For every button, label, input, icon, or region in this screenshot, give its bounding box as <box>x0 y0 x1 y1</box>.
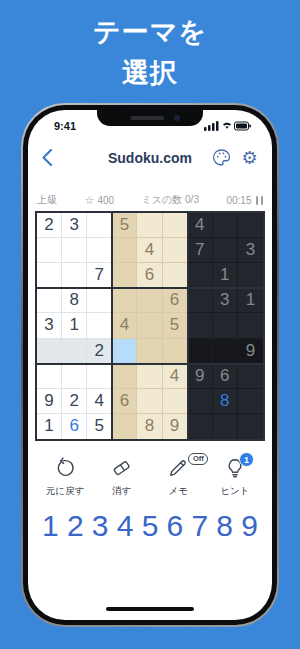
timer-value: 00:15 <box>226 195 251 206</box>
sudoku-cell-r4c8[interactable]: 3 <box>213 288 238 313</box>
sudoku-cell-r7c3[interactable] <box>87 364 112 389</box>
sudoku-cell-r3c9[interactable] <box>238 263 263 288</box>
gear-icon: ⚙ <box>241 147 257 168</box>
page-title: テーマを 選択 <box>0 12 300 94</box>
pause-button[interactable] <box>256 196 263 205</box>
sudoku-cell-r4c7[interactable] <box>188 288 213 313</box>
cell-value: 9 <box>246 341 255 361</box>
mistakes-value: 0/3 <box>185 194 199 205</box>
sudoku-cell-r6c8[interactable] <box>213 339 238 364</box>
back-button[interactable] <box>41 148 53 167</box>
cell-value: 3 <box>44 315 53 335</box>
numpad-digit-4[interactable]: 4 <box>117 511 134 541</box>
sudoku-cell-r8c6[interactable] <box>163 389 188 414</box>
notes-label: メモ <box>169 485 188 498</box>
app-title: Sudoku.com <box>28 146 272 170</box>
cell-value: 6 <box>120 391 129 411</box>
cell-value: 2 <box>95 341 104 361</box>
eraser-icon <box>110 457 133 480</box>
sudoku-cell-r5c1[interactable]: 3 <box>37 313 62 338</box>
sudoku-cell-r6c1[interactable] <box>37 339 62 364</box>
sudoku-cell-r1c2[interactable]: 3 <box>62 213 87 238</box>
sudoku-cell-r9c2[interactable]: 6 <box>62 414 87 439</box>
hint-button[interactable]: 1 ヒント <box>211 457 259 498</box>
sudoku-cell-r5c4[interactable]: 4 <box>112 313 137 338</box>
score-value: 400 <box>97 195 114 206</box>
header: Sudoku.com ⚙ <box>28 146 272 170</box>
cell-value: 5 <box>170 315 179 335</box>
sudoku-cell-r2c1[interactable] <box>37 238 62 263</box>
sudoku-cell-r7c5[interactable] <box>137 364 162 389</box>
sudoku-cell-r4c4[interactable] <box>112 288 137 313</box>
sudoku-cell-r4c6[interactable]: 6 <box>163 288 188 313</box>
notes-off-badge: Off <box>188 453 208 465</box>
game-info-bar: 上級 ☆400 ミスの数 0/3 00:15 <box>37 193 263 207</box>
numpad-digit-8[interactable]: 8 <box>216 511 233 541</box>
sudoku-cell-r3c4[interactable] <box>112 263 137 288</box>
numpad-digit-3[interactable]: 3 <box>92 511 109 541</box>
sudoku-cell-r8c2[interactable]: 2 <box>62 389 87 414</box>
cell-value: 9 <box>170 416 179 436</box>
cell-value: 1 <box>246 290 255 310</box>
mistakes-group: ミスの数 0/3 <box>142 193 199 207</box>
sudoku-cell-r5c5[interactable] <box>137 313 162 338</box>
cell-value: 4 <box>95 391 104 411</box>
cell-value: 4 <box>195 215 204 235</box>
sudoku-cell-r4c2[interactable]: 8 <box>62 288 87 313</box>
sudoku-cell-r7c8[interactable]: 6 <box>213 364 238 389</box>
cell-value: 5 <box>95 416 104 436</box>
theme-palette-button[interactable] <box>212 148 231 167</box>
sudoku-cell-r5c3[interactable] <box>87 313 112 338</box>
sudoku-cell-r7c2[interactable] <box>62 364 87 389</box>
sudoku-cell-r9c5[interactable]: 8 <box>137 414 162 439</box>
numpad-digit-9[interactable]: 9 <box>241 511 258 541</box>
sudoku-cell-r6c3[interactable]: 2 <box>87 339 112 364</box>
cell-value: 8 <box>145 416 154 436</box>
sudoku-cell-r6c6[interactable] <box>163 339 188 364</box>
sudoku-cell-r7c1[interactable] <box>37 364 62 389</box>
sudoku-cell-r6c7[interactable] <box>188 339 213 364</box>
numpad-digit-2[interactable]: 2 <box>67 511 84 541</box>
sudoku-cell-r9c9[interactable] <box>238 414 263 439</box>
notes-button[interactable]: Off メモ <box>154 457 202 498</box>
sudoku-cell-r9c4[interactable] <box>112 414 137 439</box>
speaker <box>130 116 164 120</box>
cell-value: 1 <box>69 315 78 335</box>
sudoku-cell-r8c5[interactable] <box>137 389 162 414</box>
sudoku-cell-r3c1[interactable] <box>37 263 62 288</box>
sudoku-cell-r8c3[interactable]: 4 <box>87 389 112 414</box>
cell-value: 7 <box>195 240 204 260</box>
toolbar: 元に戻す 消す <box>41 457 259 498</box>
sudoku-cell-r5c2[interactable]: 1 <box>62 313 87 338</box>
undo-icon <box>54 457 76 480</box>
sudoku-cell-r5c6[interactable]: 5 <box>163 313 188 338</box>
sudoku-cell-r5c9[interactable] <box>238 313 263 338</box>
sudoku-cell-r1c8[interactable] <box>213 213 238 238</box>
undo-button[interactable]: 元に戻す <box>41 457 89 498</box>
sudoku-cell-r9c8[interactable] <box>213 414 238 439</box>
sudoku-cell-r2c2[interactable] <box>62 238 87 263</box>
sudoku-cell-r4c1[interactable] <box>37 288 62 313</box>
sudoku-cell-r4c9[interactable]: 1 <box>238 288 263 313</box>
numpad-digit-6[interactable]: 6 <box>167 511 184 541</box>
sudoku-cell-r5c7[interactable] <box>188 313 213 338</box>
camera <box>174 115 180 121</box>
sudoku-cell-r8c7[interactable] <box>188 389 213 414</box>
erase-button[interactable]: 消す <box>98 457 146 498</box>
cell-value: 1 <box>44 416 53 436</box>
lightbulb-icon: 1 <box>224 457 246 480</box>
sudoku-cell-r6c4[interactable] <box>112 339 137 364</box>
sudoku-cell-r1c4[interactable]: 5 <box>112 213 137 238</box>
cell-value: 3 <box>246 240 255 260</box>
sudoku-cell-r1c9[interactable] <box>238 213 263 238</box>
cell-value: 2 <box>69 391 78 411</box>
cell-value: 6 <box>145 265 154 285</box>
sudoku-cell-r7c6[interactable]: 4 <box>163 364 188 389</box>
cell-value: 6 <box>220 366 229 386</box>
cell-value: 4 <box>170 366 179 386</box>
sudoku-cell-r6c5[interactable] <box>137 339 162 364</box>
undo-label: 元に戻す <box>46 485 84 498</box>
sudoku-cell-r9c6[interactable]: 9 <box>163 414 188 439</box>
numpad: 123456789 <box>42 511 258 541</box>
sudoku-cell-r7c7[interactable]: 9 <box>188 364 213 389</box>
sudoku-cell-r8c9[interactable] <box>238 389 263 414</box>
sudoku-cell-r2c8[interactable] <box>213 238 238 263</box>
sudoku-cell-r7c4[interactable] <box>112 364 137 389</box>
sudoku-cell-r8c8[interactable]: 8 <box>213 389 238 414</box>
cell-value: 6 <box>170 290 179 310</box>
sudoku-cell-r6c2[interactable] <box>62 339 87 364</box>
hint-count-badge: 1 <box>239 452 254 467</box>
sudoku-cell-r3c3[interactable]: 7 <box>87 263 112 288</box>
numpad-digit-5[interactable]: 5 <box>142 511 159 541</box>
sudoku-cell-r2c4[interactable] <box>112 238 137 263</box>
notch <box>97 110 203 126</box>
sudoku-cell-r1c3[interactable] <box>87 213 112 238</box>
sudoku-cell-r9c3[interactable]: 5 <box>87 414 112 439</box>
cell-value: 4 <box>145 240 154 260</box>
sudoku-cell-r1c6[interactable] <box>163 213 188 238</box>
status-icons <box>204 120 252 131</box>
sudoku-cell-r8c4[interactable]: 6 <box>112 389 137 414</box>
score-group: ☆400 <box>85 194 115 207</box>
cell-value: 4 <box>120 315 129 335</box>
sudoku-cell-r3c6[interactable] <box>163 263 188 288</box>
sudoku-cell-r1c1[interactable]: 2 <box>37 213 62 238</box>
sudoku-cell-r2c5[interactable]: 4 <box>137 238 162 263</box>
page-title-line1: テーマを <box>0 12 300 53</box>
sudoku-cell-r2c6[interactable] <box>163 238 188 263</box>
cell-value: 5 <box>120 215 129 235</box>
sudoku-cell-r2c3[interactable] <box>87 238 112 263</box>
sudoku-cell-r3c7[interactable] <box>188 263 213 288</box>
sudoku-cell-r5c8[interactable] <box>213 313 238 338</box>
sudoku-cell-r2c7[interactable]: 7 <box>188 238 213 263</box>
difficulty-label: 上級 <box>37 193 57 207</box>
cell-value: 6 <box>69 416 78 436</box>
cell-value: 8 <box>69 290 78 310</box>
sudoku-cell-r2c9[interactable]: 3 <box>238 238 263 263</box>
mistakes-label: ミスの数 <box>142 194 183 205</box>
sudoku-cell-r4c5[interactable] <box>137 288 162 313</box>
cell-value: 3 <box>220 290 229 310</box>
sudoku-cell-r3c5[interactable]: 6 <box>137 263 162 288</box>
pause-icon <box>256 196 258 205</box>
sudoku-cell-r8c1[interactable]: 9 <box>37 389 62 414</box>
sudoku-cell-r6c9[interactable]: 9 <box>238 339 263 364</box>
sudoku-cell-r3c2[interactable] <box>62 263 87 288</box>
phone-screen: 9:41 Sudo <box>28 110 272 620</box>
sudoku-cell-r9c1[interactable]: 1 <box>37 414 62 439</box>
star-icon: ☆ <box>85 194 95 207</box>
pencil-icon: Off <box>167 457 189 480</box>
hint-label: ヒント <box>220 485 249 498</box>
palette-icon <box>212 148 231 167</box>
home-indicator[interactable] <box>106 607 194 611</box>
cell-value: 1 <box>220 265 229 285</box>
cell-value: 9 <box>44 391 53 411</box>
numpad-digit-1[interactable]: 1 <box>42 511 59 541</box>
cell-value: 7 <box>95 265 104 285</box>
page-title-line2: 選択 <box>0 53 300 94</box>
timer-group: 00:15 <box>226 195 263 206</box>
erase-label: 消す <box>112 485 131 498</box>
status-time: 9:41 <box>54 120 76 132</box>
chevron-left-icon <box>41 148 53 167</box>
cell-value: 2 <box>44 215 53 235</box>
sudoku-cell-r1c7[interactable]: 4 <box>188 213 213 238</box>
cell-value: 9 <box>195 366 204 386</box>
signal-wifi-battery-icons <box>204 120 252 131</box>
sudoku-cell-r4c3[interactable] <box>87 288 112 313</box>
cell-value: 3 <box>69 215 78 235</box>
sudoku-grid: 235447376186313145294969246816589 <box>35 211 265 441</box>
sudoku-cell-r9c7[interactable] <box>188 414 213 439</box>
sudoku-cell-r3c8[interactable]: 1 <box>213 263 238 288</box>
settings-button[interactable]: ⚙ <box>240 148 259 167</box>
numpad-digit-7[interactable]: 7 <box>191 511 208 541</box>
sudoku-cell-r7c9[interactable] <box>238 364 263 389</box>
phone-bezel: 9:41 Sudo <box>23 105 277 625</box>
cell-value: 8 <box>220 391 229 411</box>
sudoku-cell-r1c5[interactable] <box>137 213 162 238</box>
phone-frame: 9:41 Sudo <box>21 103 279 627</box>
